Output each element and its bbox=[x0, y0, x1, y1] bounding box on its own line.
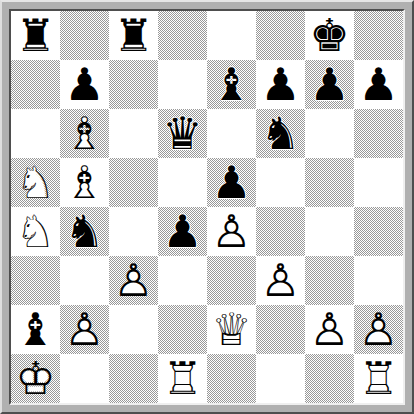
square-d4[interactable]: ♟ bbox=[158, 207, 207, 256]
square-f2[interactable] bbox=[256, 305, 305, 354]
white-pawn[interactable]: ♟♙ bbox=[60, 305, 109, 354]
piece-outline: ♗ bbox=[60, 158, 109, 207]
square-g8[interactable]: ♚ bbox=[305, 11, 354, 60]
white-bishop[interactable]: ♝♗ bbox=[60, 109, 109, 158]
square-e1[interactable] bbox=[207, 354, 256, 403]
black-king[interactable]: ♚ bbox=[305, 11, 354, 60]
piece-outline: ♘ bbox=[11, 207, 60, 256]
piece-outline: ♙ bbox=[207, 207, 256, 256]
black-rook[interactable]: ♜ bbox=[11, 11, 60, 60]
square-b6[interactable]: ♝♗ bbox=[60, 109, 109, 158]
square-g2[interactable]: ♟♙ bbox=[305, 305, 354, 354]
square-a2[interactable]: ♝ bbox=[11, 305, 60, 354]
board-inner-bevel: ♜♜♚♟♝♟♟♟♝♗♛♞♞♘♝♗♟♞♘♞♟♟♙♟♙♟♙♝♟♙♛♕♟♙♟♙♚♔♜♖… bbox=[9, 9, 405, 405]
black-knight[interactable]: ♞ bbox=[60, 207, 109, 256]
white-knight[interactable]: ♞♘ bbox=[11, 207, 60, 256]
square-c7[interactable] bbox=[109, 60, 158, 109]
white-pawn[interactable]: ♟♙ bbox=[354, 305, 403, 354]
chess-board: ♜♜♚♟♝♟♟♟♝♗♛♞♞♘♝♗♟♞♘♞♟♟♙♟♙♟♙♝♟♙♛♕♟♙♟♙♚♔♜♖… bbox=[11, 11, 403, 403]
square-a7[interactable] bbox=[11, 60, 60, 109]
square-a4[interactable]: ♞♘ bbox=[11, 207, 60, 256]
square-b5[interactable]: ♝♗ bbox=[60, 158, 109, 207]
square-b1[interactable] bbox=[60, 354, 109, 403]
square-a8[interactable]: ♜ bbox=[11, 11, 60, 60]
white-pawn[interactable]: ♟♙ bbox=[109, 256, 158, 305]
square-c6[interactable] bbox=[109, 109, 158, 158]
black-pawn[interactable]: ♟ bbox=[256, 60, 305, 109]
piece-outline: ♙ bbox=[354, 305, 403, 354]
piece-outline: ♕ bbox=[207, 305, 256, 354]
square-h8[interactable] bbox=[354, 11, 403, 60]
square-g5[interactable] bbox=[305, 158, 354, 207]
white-rook[interactable]: ♜♖ bbox=[158, 354, 207, 403]
piece-outline: ♗ bbox=[60, 109, 109, 158]
square-f4[interactable] bbox=[256, 207, 305, 256]
square-b4[interactable]: ♞ bbox=[60, 207, 109, 256]
black-pawn[interactable]: ♟ bbox=[60, 60, 109, 109]
black-pawn[interactable]: ♟ bbox=[158, 207, 207, 256]
square-f7[interactable]: ♟ bbox=[256, 60, 305, 109]
square-e8[interactable] bbox=[207, 11, 256, 60]
square-e3[interactable] bbox=[207, 256, 256, 305]
square-g1[interactable] bbox=[305, 354, 354, 403]
square-d1[interactable]: ♜♖ bbox=[158, 354, 207, 403]
piece-outline: ♙ bbox=[256, 256, 305, 305]
square-c4[interactable] bbox=[109, 207, 158, 256]
black-bishop[interactable]: ♝ bbox=[11, 305, 60, 354]
square-f5[interactable] bbox=[256, 158, 305, 207]
square-a5[interactable]: ♞♘ bbox=[11, 158, 60, 207]
black-knight[interactable]: ♞ bbox=[256, 109, 305, 158]
square-b3[interactable] bbox=[60, 256, 109, 305]
square-g4[interactable] bbox=[305, 207, 354, 256]
square-c3[interactable]: ♟♙ bbox=[109, 256, 158, 305]
white-rook[interactable]: ♜♖ bbox=[354, 354, 403, 403]
square-d5[interactable] bbox=[158, 158, 207, 207]
piece-outline: ♘ bbox=[11, 158, 60, 207]
square-f8[interactable] bbox=[256, 11, 305, 60]
square-e2[interactable]: ♛♕ bbox=[207, 305, 256, 354]
black-queen[interactable]: ♛ bbox=[158, 109, 207, 158]
white-bishop[interactable]: ♝♗ bbox=[60, 158, 109, 207]
square-e4[interactable]: ♟♙ bbox=[207, 207, 256, 256]
black-pawn[interactable]: ♟ bbox=[207, 158, 256, 207]
square-c1[interactable] bbox=[109, 354, 158, 403]
square-d7[interactable] bbox=[158, 60, 207, 109]
square-g3[interactable] bbox=[305, 256, 354, 305]
square-e5[interactable]: ♟ bbox=[207, 158, 256, 207]
piece-outline: ♙ bbox=[60, 305, 109, 354]
black-rook[interactable]: ♜ bbox=[109, 11, 158, 60]
square-b8[interactable] bbox=[60, 11, 109, 60]
black-pawn[interactable]: ♟ bbox=[305, 60, 354, 109]
square-c2[interactable] bbox=[109, 305, 158, 354]
square-h6[interactable] bbox=[354, 109, 403, 158]
square-d8[interactable] bbox=[158, 11, 207, 60]
piece-outline: ♙ bbox=[305, 305, 354, 354]
square-e6[interactable] bbox=[207, 109, 256, 158]
square-h5[interactable] bbox=[354, 158, 403, 207]
square-f3[interactable]: ♟♙ bbox=[256, 256, 305, 305]
piece-outline: ♙ bbox=[109, 256, 158, 305]
white-pawn[interactable]: ♟♙ bbox=[207, 207, 256, 256]
square-c5[interactable] bbox=[109, 158, 158, 207]
square-a6[interactable] bbox=[11, 109, 60, 158]
square-d6[interactable]: ♛ bbox=[158, 109, 207, 158]
board-frame: ♜♜♚♟♝♟♟♟♝♗♛♞♞♘♝♗♟♞♘♞♟♟♙♟♙♟♙♝♟♙♛♕♟♙♟♙♚♔♜♖… bbox=[0, 0, 414, 414]
black-bishop[interactable]: ♝ bbox=[207, 60, 256, 109]
piece-outline: ♖ bbox=[354, 354, 403, 403]
square-e7[interactable]: ♝ bbox=[207, 60, 256, 109]
white-pawn[interactable]: ♟♙ bbox=[256, 256, 305, 305]
square-b2[interactable]: ♟♙ bbox=[60, 305, 109, 354]
white-king[interactable]: ♚♔ bbox=[11, 354, 60, 403]
white-knight[interactable]: ♞♘ bbox=[11, 158, 60, 207]
square-g7[interactable]: ♟ bbox=[305, 60, 354, 109]
square-h1[interactable]: ♜♖ bbox=[354, 354, 403, 403]
white-pawn[interactable]: ♟♙ bbox=[305, 305, 354, 354]
square-f6[interactable]: ♞ bbox=[256, 109, 305, 158]
square-d3[interactable] bbox=[158, 256, 207, 305]
square-a1[interactable]: ♚♔ bbox=[11, 354, 60, 403]
square-h4[interactable] bbox=[354, 207, 403, 256]
piece-outline: ♔ bbox=[11, 354, 60, 403]
square-h2[interactable]: ♟♙ bbox=[354, 305, 403, 354]
square-a3[interactable] bbox=[11, 256, 60, 305]
white-queen[interactable]: ♛♕ bbox=[207, 305, 256, 354]
square-h3[interactable] bbox=[354, 256, 403, 305]
square-c8[interactable]: ♜ bbox=[109, 11, 158, 60]
black-pawn[interactable]: ♟ bbox=[354, 60, 403, 109]
square-d2[interactable] bbox=[158, 305, 207, 354]
square-g6[interactable] bbox=[305, 109, 354, 158]
square-b7[interactable]: ♟ bbox=[60, 60, 109, 109]
piece-outline: ♖ bbox=[158, 354, 207, 403]
square-h7[interactable]: ♟ bbox=[354, 60, 403, 109]
square-f1[interactable] bbox=[256, 354, 305, 403]
